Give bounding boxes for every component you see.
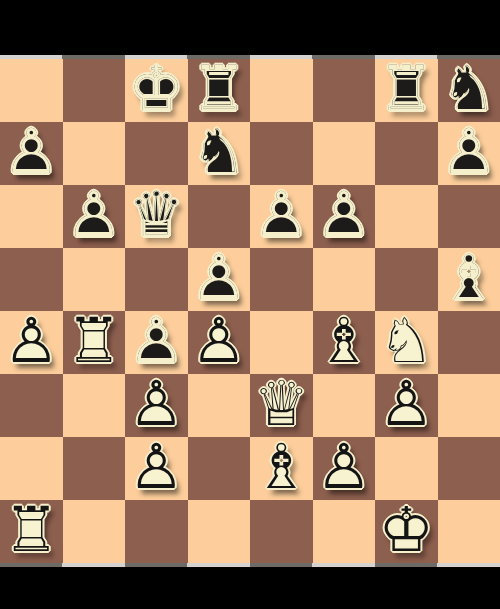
square-b2[interactable] <box>63 437 126 500</box>
piece-white-bishop[interactable]: ♝♗ <box>250 437 313 500</box>
square-g7[interactable] <box>375 122 438 185</box>
square-c4[interactable]: ♟♙ <box>125 311 188 374</box>
square-a6[interactable] <box>0 185 63 248</box>
square-c3[interactable]: ♟♙ <box>125 374 188 437</box>
piece-white-pawn[interactable]: ♟♙ <box>313 437 376 500</box>
piece-detail-lines: ♙ <box>250 185 313 245</box>
piece-silhouette: ♟ <box>0 311 63 371</box>
piece-black-knight[interactable]: ♞♘ <box>188 122 251 185</box>
piece-white-rook[interactable]: ♜♖ <box>0 500 63 563</box>
piece-detail-lines: ♙ <box>0 122 63 182</box>
piece-white-pawn[interactable]: ♟♙ <box>375 374 438 437</box>
square-g3[interactable]: ♟♙ <box>375 374 438 437</box>
square-d1[interactable] <box>188 500 251 563</box>
piece-silhouette: ♞ <box>188 122 251 182</box>
square-c6[interactable]: ♛♕ <box>125 185 188 248</box>
piece-detail-lines: ♙ <box>63 185 126 245</box>
square-h4[interactable] <box>438 311 500 374</box>
square-g2[interactable] <box>375 437 438 500</box>
piece-silhouette: ♟ <box>125 311 188 371</box>
square-a8[interactable] <box>0 59 63 122</box>
piece-silhouette: ♟ <box>188 311 251 371</box>
piece-white-pawn[interactable]: ♟♙ <box>0 311 63 374</box>
square-g8[interactable]: ♜♖ <box>375 59 438 122</box>
square-g5[interactable] <box>375 248 438 311</box>
piece-silhouette: ♟ <box>63 185 126 245</box>
piece-silhouette: ♝ <box>250 437 313 497</box>
piece-silhouette: ♝ <box>438 248 500 308</box>
piece-black-pawn[interactable]: ♟♙ <box>313 185 376 248</box>
piece-detail-lines: ♔ <box>125 59 188 119</box>
square-d7[interactable]: ♞♘ <box>188 122 251 185</box>
square-b5[interactable] <box>63 248 126 311</box>
square-c7[interactable] <box>125 122 188 185</box>
square-c5[interactable] <box>125 248 188 311</box>
square-b6[interactable]: ♟♙ <box>63 185 126 248</box>
square-e8[interactable] <box>250 59 313 122</box>
piece-white-knight[interactable]: ♞♘ <box>375 311 438 374</box>
square-b8[interactable] <box>63 59 126 122</box>
piece-detail-lines: ♖ <box>188 59 251 119</box>
square-h6[interactable] <box>438 185 500 248</box>
square-a1[interactable]: ♜♖ <box>0 500 63 563</box>
piece-white-pawn[interactable]: ♟♙ <box>188 311 251 374</box>
square-f7[interactable] <box>313 122 376 185</box>
piece-white-rook[interactable]: ♜♖ <box>63 311 126 374</box>
piece-silhouette: ♚ <box>375 500 438 560</box>
piece-black-pawn[interactable]: ♟♙ <box>438 122 500 185</box>
piece-detail-lines: ♙ <box>188 311 251 371</box>
top-letterbox-band <box>0 0 500 55</box>
piece-silhouette: ♟ <box>250 185 313 245</box>
square-e3[interactable]: ♛♕ <box>250 374 313 437</box>
square-f8[interactable] <box>313 59 376 122</box>
piece-silhouette: ♜ <box>0 500 63 560</box>
piece-black-pawn[interactable]: ♟♙ <box>188 248 251 311</box>
piece-detail-lines: ♙ <box>125 311 188 371</box>
piece-black-pawn[interactable]: ♟♙ <box>63 185 126 248</box>
piece-silhouette: ♜ <box>375 59 438 119</box>
piece-black-knight[interactable]: ♞♘ <box>438 59 500 122</box>
square-b7[interactable] <box>63 122 126 185</box>
square-c1[interactable] <box>125 500 188 563</box>
piece-detail-lines: ♔ <box>375 500 438 560</box>
square-c8[interactable]: ♚♔ <box>125 59 188 122</box>
square-d2[interactable] <box>188 437 251 500</box>
bottom-letterbox-band <box>0 567 500 609</box>
piece-detail-lines: ♘ <box>188 122 251 182</box>
piece-detail-lines: ♙ <box>188 248 251 308</box>
square-d6[interactable] <box>188 185 251 248</box>
piece-detail-lines: ♖ <box>63 311 126 371</box>
square-a7[interactable]: ♟♙ <box>0 122 63 185</box>
piece-detail-lines: ♕ <box>125 185 188 245</box>
square-e4[interactable] <box>250 311 313 374</box>
piece-black-rook[interactable]: ♜♖ <box>188 59 251 122</box>
piece-white-queen[interactable]: ♛♕ <box>250 374 313 437</box>
piece-silhouette: ♟ <box>375 374 438 434</box>
piece-detail-lines: ♙ <box>125 437 188 497</box>
square-d5[interactable]: ♟♙ <box>188 248 251 311</box>
piece-detail-lines: ♖ <box>375 59 438 119</box>
piece-detail-lines: ♗ <box>250 437 313 497</box>
chess-board: ♚♔♜♖♜♖♞♘♟♙♞♘♟♙♟♙♛♕♟♙♟♙♟♙♝♗♟♙♜♖♟♙♟♙♝♗♞♘♟♙… <box>0 59 500 563</box>
piece-detail-lines: ♘ <box>438 59 500 119</box>
square-e5[interactable] <box>250 248 313 311</box>
square-f1[interactable] <box>313 500 376 563</box>
square-a3[interactable] <box>0 374 63 437</box>
square-a4[interactable]: ♟♙ <box>0 311 63 374</box>
square-h7[interactable]: ♟♙ <box>438 122 500 185</box>
square-a2[interactable] <box>0 437 63 500</box>
square-d8[interactable]: ♜♖ <box>188 59 251 122</box>
square-d4[interactable]: ♟♙ <box>188 311 251 374</box>
piece-black-pawn[interactable]: ♟♙ <box>125 311 188 374</box>
piece-detail-lines: ♙ <box>438 122 500 182</box>
square-f2[interactable]: ♟♙ <box>313 437 376 500</box>
piece-white-bishop[interactable]: ♝♗ <box>313 311 376 374</box>
piece-silhouette: ♞ <box>438 59 500 119</box>
piece-white-pawn[interactable]: ♟♙ <box>125 437 188 500</box>
piece-detail-lines: ♘ <box>375 311 438 371</box>
piece-silhouette: ♛ <box>250 374 313 434</box>
square-h2[interactable] <box>438 437 500 500</box>
piece-black-king[interactable]: ♚♔ <box>125 59 188 122</box>
piece-detail-lines: ♙ <box>125 374 188 434</box>
piece-silhouette: ♜ <box>188 59 251 119</box>
piece-black-queen[interactable]: ♛♕ <box>125 185 188 248</box>
piece-detail-lines: ♕ <box>250 374 313 434</box>
piece-silhouette: ♞ <box>375 311 438 371</box>
square-h8[interactable]: ♞♘ <box>438 59 500 122</box>
piece-black-bishop[interactable]: ♝♗ <box>438 248 500 311</box>
square-f4[interactable]: ♝♗ <box>313 311 376 374</box>
piece-detail-lines: ♙ <box>313 437 376 497</box>
square-b1[interactable] <box>63 500 126 563</box>
square-f5[interactable] <box>313 248 376 311</box>
square-g1[interactable]: ♚♔ <box>375 500 438 563</box>
piece-silhouette: ♟ <box>438 122 500 182</box>
square-e2[interactable]: ♝♗ <box>250 437 313 500</box>
piece-black-pawn[interactable]: ♟♙ <box>250 185 313 248</box>
piece-silhouette: ♟ <box>313 185 376 245</box>
square-h1[interactable] <box>438 500 500 563</box>
square-b4[interactable]: ♜♖ <box>63 311 126 374</box>
piece-detail-lines: ♗ <box>438 248 500 308</box>
square-e6[interactable]: ♟♙ <box>250 185 313 248</box>
square-f3[interactable] <box>313 374 376 437</box>
piece-detail-lines: ♖ <box>0 500 63 560</box>
piece-detail-lines: ♙ <box>0 311 63 371</box>
square-c2[interactable]: ♟♙ <box>125 437 188 500</box>
piece-silhouette: ♝ <box>313 311 376 371</box>
square-a5[interactable] <box>0 248 63 311</box>
piece-white-king[interactable]: ♚♔ <box>375 500 438 563</box>
piece-silhouette: ♟ <box>313 437 376 497</box>
piece-silhouette: ♟ <box>125 437 188 497</box>
piece-silhouette: ♟ <box>125 374 188 434</box>
piece-silhouette: ♛ <box>125 185 188 245</box>
piece-silhouette: ♟ <box>0 122 63 182</box>
square-h3[interactable] <box>438 374 500 437</box>
piece-detail-lines: ♙ <box>313 185 376 245</box>
square-g6[interactable] <box>375 185 438 248</box>
piece-white-pawn[interactable]: ♟♙ <box>125 374 188 437</box>
square-b3[interactable] <box>63 374 126 437</box>
square-e1[interactable] <box>250 500 313 563</box>
square-g4[interactable]: ♞♘ <box>375 311 438 374</box>
piece-detail-lines: ♙ <box>375 374 438 434</box>
square-d3[interactable] <box>188 374 251 437</box>
piece-black-rook[interactable]: ♜♖ <box>375 59 438 122</box>
piece-silhouette: ♟ <box>188 248 251 308</box>
piece-black-pawn[interactable]: ♟♙ <box>0 122 63 185</box>
piece-silhouette: ♚ <box>125 59 188 119</box>
square-e7[interactable] <box>250 122 313 185</box>
piece-detail-lines: ♗ <box>313 311 376 371</box>
square-h5[interactable]: ♝♗ <box>438 248 500 311</box>
piece-silhouette: ♜ <box>63 311 126 371</box>
square-f6[interactable]: ♟♙ <box>313 185 376 248</box>
